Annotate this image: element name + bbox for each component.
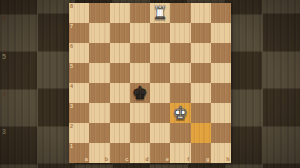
square-f1[interactable]: f [170, 143, 190, 163]
square-b3[interactable] [89, 103, 109, 123]
square-e4[interactable] [150, 83, 170, 103]
square-e3[interactable] [150, 103, 170, 123]
square-d8[interactable] [130, 3, 150, 23]
square-c5[interactable] [110, 63, 130, 83]
rank-label-8: 8 [70, 4, 73, 10]
rank-label-4: 4 [70, 84, 73, 90]
square-c3[interactable] [110, 103, 130, 123]
square-h5[interactable] [211, 63, 231, 83]
square-e6[interactable] [150, 43, 170, 63]
square-g8[interactable] [191, 3, 211, 23]
square-c6[interactable] [110, 43, 130, 63]
square-d2[interactable] [130, 123, 150, 143]
square-c7[interactable] [110, 23, 130, 43]
square-a6[interactable]: 6 [69, 43, 89, 63]
file-label-c: c [125, 157, 128, 163]
square-e2[interactable] [150, 123, 170, 143]
square-g6[interactable] [191, 43, 211, 63]
chess-screenshot: 6543 8♜7654♚3♚21abcdefgh [0, 0, 300, 168]
square-c1[interactable]: c [110, 143, 130, 163]
square-a5[interactable]: 5 [69, 63, 89, 83]
square-g3[interactable] [191, 103, 211, 123]
square-b4[interactable] [89, 83, 109, 103]
square-c2[interactable] [110, 123, 130, 143]
rank-label-1: 1 [70, 144, 73, 150]
square-c4[interactable] [110, 83, 130, 103]
background-rank-label-4: 4 [2, 90, 6, 97]
rank-label-7: 7 [70, 24, 73, 30]
square-b2[interactable] [89, 123, 109, 143]
file-label-e: e [166, 157, 169, 163]
square-b7[interactable] [89, 23, 109, 43]
square-h1[interactable]: h [211, 143, 231, 163]
square-e7[interactable] [150, 23, 170, 43]
square-a7[interactable]: 7 [69, 23, 89, 43]
square-f6[interactable] [170, 43, 190, 63]
rank-label-5: 5 [70, 64, 73, 70]
square-d6[interactable] [130, 43, 150, 63]
square-e8[interactable]: ♜ [150, 3, 170, 23]
file-label-f: f [187, 157, 189, 163]
square-b5[interactable] [89, 63, 109, 83]
black-king-d4[interactable]: ♚ [130, 83, 150, 103]
rank-label-2: 2 [70, 124, 73, 130]
square-h8[interactable] [211, 3, 231, 23]
square-g2[interactable] [191, 123, 211, 143]
square-f7[interactable] [170, 23, 190, 43]
chess-board: 8♜7654♚3♚21abcdefgh [69, 3, 231, 163]
square-d7[interactable] [130, 23, 150, 43]
rank-label-6: 6 [70, 44, 73, 50]
square-a1[interactable]: 1a [69, 143, 89, 163]
square-g4[interactable] [191, 83, 211, 103]
square-g5[interactable] [191, 63, 211, 83]
square-d4[interactable]: ♚ [130, 83, 150, 103]
white-king-f3[interactable]: ♚ [170, 103, 190, 123]
square-d1[interactable]: d [130, 143, 150, 163]
file-label-g: g [206, 157, 209, 163]
square-f3[interactable]: ♚ [170, 103, 190, 123]
background-rank-label-5: 5 [2, 53, 6, 60]
file-label-b: b [105, 157, 108, 163]
square-h2[interactable] [211, 123, 231, 143]
file-label-h: h [226, 157, 229, 163]
square-a8[interactable]: 8 [69, 3, 89, 23]
square-h3[interactable] [211, 103, 231, 123]
square-g7[interactable] [191, 23, 211, 43]
square-a2[interactable]: 2 [69, 123, 89, 143]
square-f5[interactable] [170, 63, 190, 83]
background-rank-label-6: 6 [2, 15, 6, 22]
square-b8[interactable] [89, 3, 109, 23]
square-d3[interactable] [130, 103, 150, 123]
square-a3[interactable]: 3 [69, 103, 89, 123]
square-d5[interactable] [130, 63, 150, 83]
square-e5[interactable] [150, 63, 170, 83]
square-a4[interactable]: 4 [69, 83, 89, 103]
rank-label-3: 3 [70, 104, 73, 110]
square-g1[interactable]: g [191, 143, 211, 163]
file-label-a: a [85, 157, 88, 163]
square-c8[interactable] [110, 3, 130, 23]
square-f8[interactable] [170, 3, 190, 23]
square-h4[interactable] [211, 83, 231, 103]
square-b1[interactable]: b [89, 143, 109, 163]
white-rook-e8[interactable]: ♜ [150, 3, 170, 23]
square-h6[interactable] [211, 43, 231, 63]
square-e1[interactable]: e [150, 143, 170, 163]
square-f4[interactable] [170, 83, 190, 103]
square-h7[interactable] [211, 23, 231, 43]
background-rank-label-3: 3 [2, 128, 6, 135]
square-b6[interactable] [89, 43, 109, 63]
square-f2[interactable] [170, 123, 190, 143]
file-label-d: d [145, 157, 148, 163]
